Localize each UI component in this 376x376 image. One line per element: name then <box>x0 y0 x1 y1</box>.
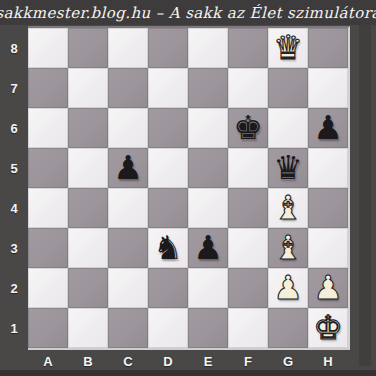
square-c5[interactable]: ♟ <box>108 148 148 188</box>
square-b2[interactable] <box>68 268 108 308</box>
file-label-E: E <box>188 352 228 370</box>
file-label-B: B <box>68 352 108 370</box>
rank-labels: 87654321 <box>0 28 28 348</box>
piece-black-king-f6[interactable]: ♚ <box>228 108 268 148</box>
chess-diagram-window: sakkmester.blog.hu – A sakk az Élet szim… <box>0 0 376 376</box>
square-d5[interactable] <box>148 148 188 188</box>
square-h8[interactable] <box>308 28 348 68</box>
square-h1[interactable]: ♚ <box>308 308 348 348</box>
file-label-C: C <box>108 352 148 370</box>
square-f7[interactable] <box>228 68 268 108</box>
square-g5[interactable]: ♛ <box>268 148 308 188</box>
square-g4[interactable]: ♝ <box>268 188 308 228</box>
square-g1[interactable] <box>268 308 308 348</box>
square-e2[interactable] <box>188 268 228 308</box>
rank-label-3: 3 <box>0 228 28 268</box>
rank-label-7: 7 <box>0 68 28 108</box>
square-d8[interactable] <box>148 28 188 68</box>
square-a7[interactable] <box>28 68 68 108</box>
square-c7[interactable] <box>108 68 148 108</box>
piece-black-knight-d3[interactable]: ♞ <box>148 228 188 268</box>
square-d2[interactable] <box>148 268 188 308</box>
file-labels: ABCDEFGH <box>28 352 348 370</box>
square-b8[interactable] <box>68 28 108 68</box>
square-g8[interactable]: ♛ <box>268 28 308 68</box>
bottom-edge <box>0 370 376 376</box>
square-b6[interactable] <box>68 108 108 148</box>
file-label-G: G <box>268 352 308 370</box>
square-b5[interactable] <box>68 148 108 188</box>
square-h7[interactable] <box>308 68 348 108</box>
square-c3[interactable] <box>108 228 148 268</box>
square-b7[interactable] <box>68 68 108 108</box>
piece-white-bishop-g3[interactable]: ♝ <box>268 228 308 268</box>
piece-black-pawn-e3[interactable]: ♟ <box>188 228 228 268</box>
square-c6[interactable] <box>108 108 148 148</box>
square-a3[interactable] <box>28 228 68 268</box>
square-f4[interactable] <box>228 188 268 228</box>
square-h3[interactable] <box>308 228 348 268</box>
square-f1[interactable] <box>228 308 268 348</box>
square-b1[interactable] <box>68 308 108 348</box>
page-title: sakkmester.blog.hu – A sakk az Élet szim… <box>0 4 376 22</box>
rank-label-5: 5 <box>0 148 28 188</box>
square-d6[interactable] <box>148 108 188 148</box>
square-a8[interactable] <box>28 28 68 68</box>
rank-label-6: 6 <box>0 108 28 148</box>
square-c2[interactable] <box>108 268 148 308</box>
square-h2[interactable]: ♟ <box>308 268 348 308</box>
square-g2[interactable]: ♟ <box>268 268 308 308</box>
square-c4[interactable] <box>108 188 148 228</box>
square-f6[interactable]: ♚ <box>228 108 268 148</box>
square-e3[interactable]: ♟ <box>188 228 228 268</box>
board-frame: 87654321 ♛♚♟♟♛♝♞♟♝♟♟♚ ABCDEFGH <box>0 25 376 376</box>
piece-white-king-h1[interactable]: ♚ <box>308 308 348 348</box>
piece-white-bishop-g4[interactable]: ♝ <box>268 188 308 228</box>
square-g6[interactable] <box>268 108 308 148</box>
square-b3[interactable] <box>68 228 108 268</box>
square-c1[interactable] <box>108 308 148 348</box>
square-d4[interactable] <box>148 188 188 228</box>
square-e7[interactable] <box>188 68 228 108</box>
square-a1[interactable] <box>28 308 68 348</box>
square-a4[interactable] <box>28 188 68 228</box>
square-h5[interactable] <box>308 148 348 188</box>
piece-white-queen-g8[interactable]: ♛ <box>268 28 308 68</box>
rank-label-1: 1 <box>0 308 28 348</box>
square-d1[interactable] <box>148 308 188 348</box>
chess-board: ♛♚♟♟♛♝♞♟♝♟♟♚ <box>28 26 350 350</box>
piece-black-pawn-c5[interactable]: ♟ <box>108 148 148 188</box>
square-f8[interactable] <box>228 28 268 68</box>
right-gutter <box>359 25 371 366</box>
rank-label-8: 8 <box>0 28 28 68</box>
file-label-F: F <box>228 352 268 370</box>
square-b4[interactable] <box>68 188 108 228</box>
square-h4[interactable] <box>308 188 348 228</box>
file-label-H: H <box>308 352 348 370</box>
square-g7[interactable] <box>268 68 308 108</box>
piece-white-pawn-h2[interactable]: ♟ <box>308 268 348 308</box>
square-h6[interactable]: ♟ <box>308 108 348 148</box>
piece-black-pawn-h6[interactable]: ♟ <box>308 108 348 148</box>
square-e4[interactable] <box>188 188 228 228</box>
square-f2[interactable] <box>228 268 268 308</box>
square-e8[interactable] <box>188 28 228 68</box>
square-e5[interactable] <box>188 148 228 188</box>
square-d3[interactable]: ♞ <box>148 228 188 268</box>
square-f5[interactable] <box>228 148 268 188</box>
square-a5[interactable] <box>28 148 68 188</box>
square-c8[interactable] <box>108 28 148 68</box>
title-bar: sakkmester.blog.hu – A sakk az Élet szim… <box>0 0 376 25</box>
square-d7[interactable] <box>148 68 188 108</box>
piece-black-queen-g5[interactable]: ♛ <box>268 148 308 188</box>
square-a6[interactable] <box>28 108 68 148</box>
file-label-D: D <box>148 352 188 370</box>
file-label-A: A <box>28 352 68 370</box>
piece-white-pawn-g2[interactable]: ♟ <box>268 268 308 308</box>
square-e1[interactable] <box>188 308 228 348</box>
rank-label-2: 2 <box>0 268 28 308</box>
rank-label-4: 4 <box>0 188 28 228</box>
square-e6[interactable] <box>188 108 228 148</box>
square-g3[interactable]: ♝ <box>268 228 308 268</box>
square-f3[interactable] <box>228 228 268 268</box>
square-a2[interactable] <box>28 268 68 308</box>
